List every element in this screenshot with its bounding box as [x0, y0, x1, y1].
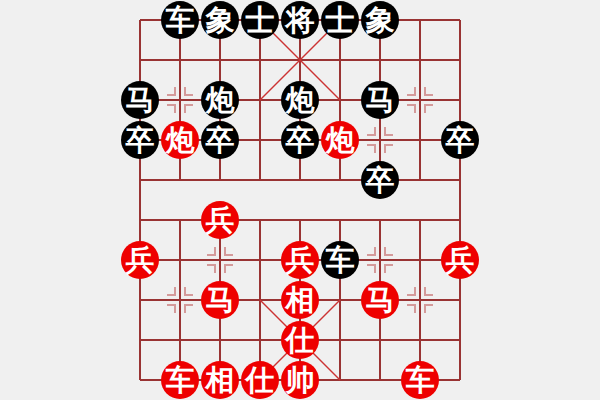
piece-red-chariot[interactable]: 车	[161, 361, 199, 399]
point-c2-r9[interactable]: 相	[200, 360, 240, 400]
point-c7-r3[interactable]	[400, 120, 440, 160]
point-c4-r1[interactable]	[280, 40, 320, 80]
point-c8-r0[interactable]	[440, 0, 480, 40]
point-c6-r4[interactable]: 卒	[360, 160, 400, 200]
point-c4-r9[interactable]: 帅	[280, 360, 320, 400]
piece-red-chariot[interactable]: 车	[401, 361, 439, 399]
point-c7-r7[interactable]	[400, 280, 440, 320]
xiangqi-board[interactable]: 车象士将士象马炮炮马卒炮卒卒炮卒卒兵兵兵车兵马相马仕车相仕帅车	[120, 0, 480, 400]
point-c4-r0[interactable]: 将	[280, 0, 320, 40]
point-c6-r7[interactable]: 马	[360, 280, 400, 320]
point-c3-r0[interactable]: 士	[240, 0, 280, 40]
piece-red-advisor[interactable]: 仕	[241, 361, 279, 399]
point-c0-r5[interactable]	[120, 200, 160, 240]
point-c8-r1[interactable]	[440, 40, 480, 80]
piece-red-soldier[interactable]: 兵	[121, 241, 159, 279]
point-c2-r7[interactable]: 马	[200, 280, 240, 320]
point-c8-r7[interactable]	[440, 280, 480, 320]
point-marker	[360, 120, 400, 160]
point-c0-r6[interactable]: 兵	[120, 240, 160, 280]
point-c2-r2[interactable]: 炮	[200, 80, 240, 120]
point-c6-r9[interactable]	[360, 360, 400, 400]
point-c3-r5[interactable]	[240, 200, 280, 240]
piece-red-soldier[interactable]: 兵	[201, 201, 239, 239]
piece-black-chariot[interactable]: 车	[161, 1, 199, 39]
point-c1-r3[interactable]: 炮	[160, 120, 200, 160]
point-c8-r5[interactable]	[440, 200, 480, 240]
piece-black-soldier[interactable]: 卒	[201, 121, 239, 159]
piece-black-soldier[interactable]: 卒	[121, 121, 159, 159]
point-c0-r0[interactable]	[120, 0, 160, 40]
piece-black-soldier[interactable]: 卒	[441, 121, 479, 159]
point-c8-r3[interactable]: 卒	[440, 120, 480, 160]
piece-black-general[interactable]: 将	[281, 1, 319, 39]
point-c7-r2[interactable]	[400, 80, 440, 120]
point-c1-r0[interactable]: 车	[160, 0, 200, 40]
point-c7-r5[interactable]	[400, 200, 440, 240]
point-c4-r2[interactable]: 炮	[280, 80, 320, 120]
piece-red-horse[interactable]: 马	[361, 281, 399, 319]
point-c0-r9[interactable]	[120, 360, 160, 400]
point-c0-r7[interactable]	[120, 280, 160, 320]
piece-red-cannon[interactable]: 炮	[161, 121, 199, 159]
xiangqi-app-screen: 车象士将士象马炮炮马卒炮卒卒炮卒卒兵兵兵车兵马相马仕车相仕帅车	[0, 0, 600, 400]
point-c0-r8[interactable]	[120, 320, 160, 360]
point-c7-r1[interactable]	[400, 40, 440, 80]
point-c1-r6[interactable]	[160, 240, 200, 280]
piece-black-elephant[interactable]: 象	[361, 1, 399, 39]
piece-black-chariot[interactable]: 车	[321, 241, 359, 279]
piece-black-horse[interactable]: 马	[121, 81, 159, 119]
point-c7-r6[interactable]	[400, 240, 440, 280]
point-c1-r1[interactable]	[160, 40, 200, 80]
piece-red-soldier[interactable]: 兵	[281, 241, 319, 279]
point-c7-r8[interactable]	[400, 320, 440, 360]
point-c8-r6[interactable]: 兵	[440, 240, 480, 280]
piece-black-cannon[interactable]: 炮	[201, 81, 239, 119]
point-c5-r4[interactable]	[320, 160, 360, 200]
point-c8-r2[interactable]	[440, 80, 480, 120]
piece-black-elephant[interactable]: 象	[201, 1, 239, 39]
point-c3-r8[interactable]	[240, 320, 280, 360]
point-c5-r9[interactable]	[320, 360, 360, 400]
point-c5-r8[interactable]	[320, 320, 360, 360]
point-c5-r3[interactable]: 炮	[320, 120, 360, 160]
point-c3-r7[interactable]	[240, 280, 280, 320]
point-c1-r4[interactable]	[160, 160, 200, 200]
point-marker	[200, 240, 240, 280]
piece-red-elephant[interactable]: 相	[281, 281, 319, 319]
point-marker	[160, 280, 200, 320]
point-c6-r8[interactable]	[360, 320, 400, 360]
point-c5-r1[interactable]	[320, 40, 360, 80]
point-c6-r2[interactable]: 马	[360, 80, 400, 120]
point-c3-r3[interactable]	[240, 120, 280, 160]
point-c6-r1[interactable]	[360, 40, 400, 80]
piece-red-horse[interactable]: 马	[201, 281, 239, 319]
piece-black-advisor[interactable]: 士	[241, 1, 279, 39]
point-c2-r6[interactable]	[200, 240, 240, 280]
point-c8-r4[interactable]	[440, 160, 480, 200]
point-c4-r6[interactable]: 兵	[280, 240, 320, 280]
point-c5-r2[interactable]	[320, 80, 360, 120]
point-c3-r4[interactable]	[240, 160, 280, 200]
point-c5-r6[interactable]: 车	[320, 240, 360, 280]
point-c6-r3[interactable]	[360, 120, 400, 160]
point-marker	[400, 280, 440, 320]
point-c4-r7[interactable]: 相	[280, 280, 320, 320]
piece-black-soldier[interactable]: 卒	[361, 161, 399, 199]
piece-black-cannon[interactable]: 炮	[281, 81, 319, 119]
point-c4-r5[interactable]	[280, 200, 320, 240]
point-c7-r9[interactable]: 车	[400, 360, 440, 400]
point-c2-r8[interactable]	[200, 320, 240, 360]
point-c7-r4[interactable]	[400, 160, 440, 200]
piece-red-soldier[interactable]: 兵	[441, 241, 479, 279]
point-c4-r8[interactable]: 仕	[280, 320, 320, 360]
piece-red-general[interactable]: 帅	[281, 361, 319, 399]
point-marker	[360, 240, 400, 280]
piece-red-advisor[interactable]: 仕	[281, 321, 319, 359]
point-c1-r7[interactable]	[160, 280, 200, 320]
piece-red-cannon[interactable]: 炮	[321, 121, 359, 159]
point-c8-r8[interactable]	[440, 320, 480, 360]
point-c2-r0[interactable]: 象	[200, 0, 240, 40]
point-c1-r5[interactable]	[160, 200, 200, 240]
point-c2-r4[interactable]	[200, 160, 240, 200]
point-c0-r1[interactable]	[120, 40, 160, 80]
point-c5-r7[interactable]	[320, 280, 360, 320]
point-c4-r3[interactable]: 卒	[280, 120, 320, 160]
point-c6-r0[interactable]: 象	[360, 0, 400, 40]
point-c2-r1[interactable]	[200, 40, 240, 80]
piece-black-soldier[interactable]: 卒	[281, 121, 319, 159]
point-c6-r6[interactable]	[360, 240, 400, 280]
point-c5-r0[interactable]: 士	[320, 0, 360, 40]
point-c4-r4[interactable]	[280, 160, 320, 200]
point-c7-r0[interactable]	[400, 0, 440, 40]
point-c0-r4[interactable]	[120, 160, 160, 200]
point-c6-r5[interactable]	[360, 200, 400, 240]
point-c1-r9[interactable]: 车	[160, 360, 200, 400]
point-c1-r2[interactable]	[160, 80, 200, 120]
point-c8-r9[interactable]	[440, 360, 480, 400]
point-c0-r3[interactable]: 卒	[120, 120, 160, 160]
point-c2-r5[interactable]: 兵	[200, 200, 240, 240]
point-c0-r2[interactable]: 马	[120, 80, 160, 120]
piece-red-elephant[interactable]: 相	[201, 361, 239, 399]
point-c3-r2[interactable]	[240, 80, 280, 120]
piece-black-horse[interactable]: 马	[361, 81, 399, 119]
point-c2-r3[interactable]: 卒	[200, 120, 240, 160]
point-c3-r9[interactable]: 仕	[240, 360, 280, 400]
point-c3-r1[interactable]	[240, 40, 280, 80]
point-marker	[160, 80, 200, 120]
piece-black-advisor[interactable]: 士	[321, 1, 359, 39]
point-c3-r6[interactable]	[240, 240, 280, 280]
point-c1-r8[interactable]	[160, 320, 200, 360]
point-marker	[400, 80, 440, 120]
point-c5-r5[interactable]	[320, 200, 360, 240]
